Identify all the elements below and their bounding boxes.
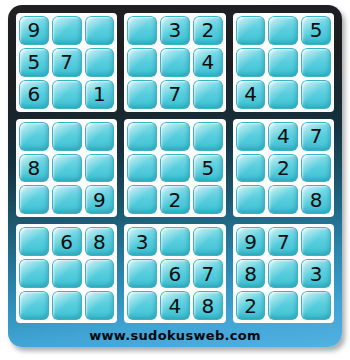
cell-r7c8[interactable]: 7 — [268, 227, 298, 256]
cell-r2c3[interactable] — [85, 48, 115, 77]
cell-r1c2[interactable] — [52, 16, 82, 45]
cell-r7c3[interactable]: 8 — [85, 227, 115, 256]
cell-r4c5[interactable] — [160, 122, 190, 151]
sudoku-board: 9576132475489524728683674897832 — [8, 5, 342, 326]
box-1: 95761 — [16, 13, 117, 112]
cell-r8c3[interactable] — [85, 259, 115, 288]
cell-r1c8[interactable] — [268, 16, 298, 45]
cell-r4c6[interactable] — [193, 122, 223, 151]
cell-r6c2[interactable] — [52, 185, 82, 214]
cell-r4c7[interactable] — [236, 122, 266, 151]
cell-r2c1[interactable]: 5 — [19, 48, 49, 77]
site-link[interactable]: www.sudokusweb.com — [8, 326, 342, 347]
cell-r3c5[interactable]: 7 — [160, 80, 190, 109]
cell-r2c7[interactable] — [236, 48, 266, 77]
box-8: 36748 — [124, 224, 225, 323]
box-5: 52 — [124, 119, 225, 218]
cell-r6c6[interactable] — [193, 185, 223, 214]
cell-r4c8[interactable]: 4 — [268, 122, 298, 151]
box-7: 68 — [16, 224, 117, 323]
cell-r9c2[interactable] — [52, 291, 82, 320]
cell-r6c1[interactable] — [19, 185, 49, 214]
cell-r8c7[interactable]: 8 — [236, 259, 266, 288]
cell-r8c9[interactable]: 3 — [301, 259, 331, 288]
cell-r5c6[interactable]: 5 — [193, 154, 223, 183]
cell-r1c7[interactable] — [236, 16, 266, 45]
box-3: 54 — [233, 13, 334, 112]
cell-r1c3[interactable] — [85, 16, 115, 45]
cell-r2c4[interactable] — [127, 48, 157, 77]
cell-r3c7[interactable]: 4 — [236, 80, 266, 109]
cell-r7c1[interactable] — [19, 227, 49, 256]
cell-r3c6[interactable] — [193, 80, 223, 109]
cell-r9c4[interactable] — [127, 291, 157, 320]
cell-r4c3[interactable] — [85, 122, 115, 151]
cell-r7c2[interactable]: 6 — [52, 227, 82, 256]
cell-r9c8[interactable] — [268, 291, 298, 320]
cell-r6c8[interactable] — [268, 185, 298, 214]
cell-r3c4[interactable] — [127, 80, 157, 109]
cell-r6c3[interactable]: 9 — [85, 185, 115, 214]
cell-r5c7[interactable] — [236, 154, 266, 183]
cell-r3c8[interactable] — [268, 80, 298, 109]
cell-r8c2[interactable] — [52, 259, 82, 288]
cell-r3c2[interactable] — [52, 80, 82, 109]
cell-r5c2[interactable] — [52, 154, 82, 183]
cell-r9c1[interactable] — [19, 291, 49, 320]
cell-r9c9[interactable] — [301, 291, 331, 320]
box-6: 4728 — [233, 119, 334, 218]
cell-r5c9[interactable] — [301, 154, 331, 183]
cell-r2c2[interactable]: 7 — [52, 48, 82, 77]
cell-r9c7[interactable]: 2 — [236, 291, 266, 320]
box-9: 97832 — [233, 224, 334, 323]
box-4: 89 — [16, 119, 117, 218]
cell-r8c1[interactable] — [19, 259, 49, 288]
cell-r8c5[interactable]: 6 — [160, 259, 190, 288]
cell-r1c5[interactable]: 3 — [160, 16, 190, 45]
cell-r7c7[interactable]: 9 — [236, 227, 266, 256]
cell-r2c5[interactable] — [160, 48, 190, 77]
cell-r1c9[interactable]: 5 — [301, 16, 331, 45]
cell-r3c3[interactable]: 1 — [85, 80, 115, 109]
cell-r4c1[interactable] — [19, 122, 49, 151]
cell-r5c5[interactable] — [160, 154, 190, 183]
cell-r6c7[interactable] — [236, 185, 266, 214]
cell-r6c9[interactable]: 8 — [301, 185, 331, 214]
cell-r1c1[interactable]: 9 — [19, 16, 49, 45]
cell-r3c1[interactable]: 6 — [19, 80, 49, 109]
cell-r9c5[interactable]: 4 — [160, 291, 190, 320]
cell-r7c4[interactable]: 3 — [127, 227, 157, 256]
cell-r2c6[interactable]: 4 — [193, 48, 223, 77]
cell-r8c4[interactable] — [127, 259, 157, 288]
cell-r5c1[interactable]: 8 — [19, 154, 49, 183]
cell-r8c8[interactable] — [268, 259, 298, 288]
cell-r4c4[interactable] — [127, 122, 157, 151]
cell-r9c6[interactable]: 8 — [193, 291, 223, 320]
board-frame: 9576132475489524728683674897832 www.sudo… — [8, 5, 342, 347]
cell-r2c9[interactable] — [301, 48, 331, 77]
cell-r4c2[interactable] — [52, 122, 82, 151]
cell-r6c4[interactable] — [127, 185, 157, 214]
cell-r4c9[interactable]: 7 — [301, 122, 331, 151]
cell-r5c4[interactable] — [127, 154, 157, 183]
cell-r2c8[interactable] — [268, 48, 298, 77]
cell-r5c3[interactable] — [85, 154, 115, 183]
cell-r3c9[interactable] — [301, 80, 331, 109]
cell-r5c8[interactable]: 2 — [268, 154, 298, 183]
sudoku-widget: 9576132475489524728683674897832 www.sudo… — [0, 0, 350, 360]
cell-r7c6[interactable] — [193, 227, 223, 256]
cell-r8c6[interactable]: 7 — [193, 259, 223, 288]
cell-r7c5[interactable] — [160, 227, 190, 256]
box-2: 3247 — [124, 13, 225, 112]
cell-r1c4[interactable] — [127, 16, 157, 45]
cell-r6c5[interactable]: 2 — [160, 185, 190, 214]
cell-r7c9[interactable] — [301, 227, 331, 256]
cell-r9c3[interactable] — [85, 291, 115, 320]
cell-r1c6[interactable]: 2 — [193, 16, 223, 45]
